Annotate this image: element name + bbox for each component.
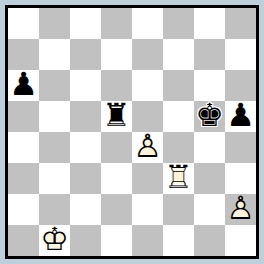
square-d3[interactable] xyxy=(101,163,132,194)
square-g7[interactable] xyxy=(194,39,225,70)
square-h5[interactable]: ♟ xyxy=(225,101,256,132)
black-rook[interactable]: ♜ xyxy=(101,101,132,132)
square-h8[interactable] xyxy=(225,8,256,39)
square-a2[interactable] xyxy=(8,194,39,225)
square-d2[interactable] xyxy=(101,194,132,225)
square-g5[interactable]: ♚ xyxy=(194,101,225,132)
piece-outline-layer: ♙ xyxy=(225,192,256,225)
square-h2[interactable]: ♟♙ xyxy=(225,194,256,225)
square-e6[interactable] xyxy=(132,70,163,101)
square-c4[interactable] xyxy=(70,132,101,163)
square-b3[interactable] xyxy=(39,163,70,194)
piece-glyph-layer: ♟ xyxy=(225,99,256,132)
square-d7[interactable] xyxy=(101,39,132,70)
square-e3[interactable] xyxy=(132,163,163,194)
square-b5[interactable] xyxy=(39,101,70,132)
square-f7[interactable] xyxy=(163,39,194,70)
square-f8[interactable] xyxy=(163,8,194,39)
square-h1[interactable] xyxy=(225,225,256,256)
square-b7[interactable] xyxy=(39,39,70,70)
square-e2[interactable] xyxy=(132,194,163,225)
square-e8[interactable] xyxy=(132,8,163,39)
black-pawn[interactable]: ♟ xyxy=(8,70,39,101)
square-c3[interactable] xyxy=(70,163,101,194)
square-d1[interactable] xyxy=(101,225,132,256)
square-a1[interactable] xyxy=(8,225,39,256)
piece-glyph-layer: ♚ xyxy=(194,99,225,132)
square-b6[interactable] xyxy=(39,70,70,101)
square-b1[interactable]: ♚♔ xyxy=(39,225,70,256)
black-pawn[interactable]: ♟ xyxy=(225,101,256,132)
square-h7[interactable] xyxy=(225,39,256,70)
square-a3[interactable] xyxy=(8,163,39,194)
square-f1[interactable] xyxy=(163,225,194,256)
square-e4[interactable]: ♟♙ xyxy=(132,132,163,163)
square-f5[interactable] xyxy=(163,101,194,132)
piece-outline-layer: ♔ xyxy=(39,223,70,256)
square-c1[interactable] xyxy=(70,225,101,256)
square-c2[interactable] xyxy=(70,194,101,225)
square-g8[interactable] xyxy=(194,8,225,39)
chess-diagram: ♟♜♚♟♟♙♜♖♟♙♚♔ xyxy=(0,0,264,264)
square-a4[interactable] xyxy=(8,132,39,163)
square-b4[interactable] xyxy=(39,132,70,163)
square-f2[interactable] xyxy=(163,194,194,225)
square-d4[interactable] xyxy=(101,132,132,163)
piece-glyph-layer: ♟ xyxy=(8,68,39,101)
white-rook[interactable]: ♜♖ xyxy=(163,163,194,194)
piece-glyph-layer: ♜ xyxy=(101,99,132,132)
square-a8[interactable] xyxy=(8,8,39,39)
square-g2[interactable] xyxy=(194,194,225,225)
piece-outline-layer: ♖ xyxy=(163,161,194,194)
square-g1[interactable] xyxy=(194,225,225,256)
board-frame: ♟♜♚♟♟♙♜♖♟♙♚♔ xyxy=(5,5,259,259)
square-c8[interactable] xyxy=(70,8,101,39)
square-b8[interactable] xyxy=(39,8,70,39)
piece-outline-layer: ♙ xyxy=(132,130,163,163)
white-pawn[interactable]: ♟♙ xyxy=(225,194,256,225)
square-a6[interactable]: ♟ xyxy=(8,70,39,101)
square-c6[interactable] xyxy=(70,70,101,101)
chess-board: ♟♜♚♟♟♙♜♖♟♙♚♔ xyxy=(8,8,256,256)
square-f3[interactable]: ♜♖ xyxy=(163,163,194,194)
square-d8[interactable] xyxy=(101,8,132,39)
white-king[interactable]: ♚♔ xyxy=(39,225,70,256)
square-h4[interactable] xyxy=(225,132,256,163)
square-e7[interactable] xyxy=(132,39,163,70)
square-d5[interactable]: ♜ xyxy=(101,101,132,132)
white-pawn[interactable]: ♟♙ xyxy=(132,132,163,163)
square-g4[interactable] xyxy=(194,132,225,163)
square-c5[interactable] xyxy=(70,101,101,132)
square-g3[interactable] xyxy=(194,163,225,194)
square-c7[interactable] xyxy=(70,39,101,70)
black-king[interactable]: ♚ xyxy=(194,101,225,132)
square-f6[interactable] xyxy=(163,70,194,101)
square-a5[interactable] xyxy=(8,101,39,132)
square-e1[interactable] xyxy=(132,225,163,256)
